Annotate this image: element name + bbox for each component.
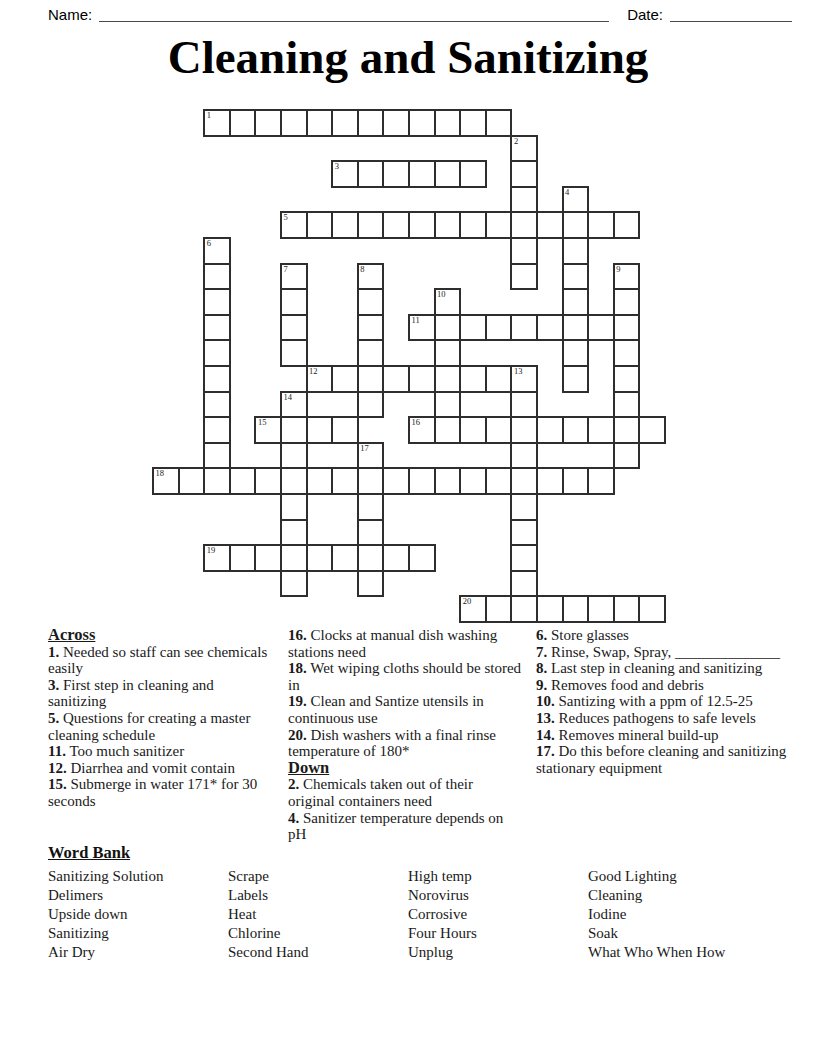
grid-cell[interactable] (357, 570, 385, 598)
grid-cell[interactable] (510, 186, 538, 214)
grid-cell[interactable]: 5 (280, 211, 308, 239)
clue-number: 18 (156, 469, 165, 479)
clue-item-number: 14. (536, 727, 555, 743)
grid-cell[interactable]: 6 (203, 237, 231, 265)
grid-cell[interactable] (280, 288, 308, 316)
grid-cell[interactable] (357, 544, 385, 572)
clue-item: 3. First step in cleaning and sanitizing (48, 677, 268, 710)
grid-cell[interactable] (536, 416, 564, 444)
clue-item-number: 9. (536, 677, 547, 693)
worksheet-header: Name: Date: (48, 6, 792, 24)
clue-item: 16. Clocks at manual dish washing statio… (288, 627, 522, 660)
grid-cell[interactable] (306, 544, 334, 572)
grid-cell[interactable] (638, 595, 666, 623)
grid-cell[interactable] (254, 109, 282, 137)
word-bank-item: Scrape (228, 867, 408, 886)
grid-cell[interactable]: 16 (408, 416, 436, 444)
grid-cell[interactable] (485, 595, 513, 623)
grid-cell[interactable] (280, 467, 308, 495)
grid-cell[interactable] (408, 109, 436, 137)
clue-item: 10. Santizing with a ppm of 12.5-25 (536, 693, 788, 710)
grid-cell[interactable] (613, 442, 641, 470)
word-bank-item: Cleaning (588, 886, 792, 905)
word-bank-item: Sanitizing Solution (48, 867, 228, 886)
date-blank-line[interactable] (670, 6, 792, 22)
grid-cell[interactable] (357, 339, 385, 367)
word-bank-label: Word Bank (48, 843, 792, 863)
grid-cell[interactable] (203, 314, 231, 342)
clue-item: 14. Removes mineral build-up (536, 727, 788, 744)
grid-cell[interactable] (562, 467, 590, 495)
word-bank-column: ScrapeLabelsHeatChlorineSecond Hand (228, 867, 408, 962)
grid-cell[interactable] (485, 467, 513, 495)
grid-cell[interactable] (510, 544, 538, 572)
clue-item-number: 13. (536, 710, 555, 726)
grid-cell[interactable]: 19 (203, 544, 231, 572)
grid-cell[interactable] (562, 263, 590, 291)
clue-item-number: 17. (536, 743, 555, 759)
grid-cell[interactable] (203, 467, 231, 495)
grid-cell[interactable] (306, 467, 334, 495)
grid-cell[interactable] (331, 365, 359, 393)
grid-cell[interactable] (510, 211, 538, 239)
name-blank-line[interactable] (99, 6, 609, 22)
clue-number: 19 (207, 546, 216, 556)
grid-cell[interactable] (408, 160, 436, 188)
grid-cell[interactable]: 8 (357, 263, 385, 291)
grid-cell[interactable] (562, 339, 590, 367)
grid-cell[interactable] (536, 595, 564, 623)
grid-cell[interactable] (510, 160, 538, 188)
grid-cell[interactable] (203, 416, 231, 444)
word-bank-item: Soak (588, 924, 792, 943)
word-bank-item: What Who When How (588, 943, 792, 962)
grid-cell[interactable] (331, 544, 359, 572)
grid-cell[interactable] (434, 416, 462, 444)
grid-cell[interactable] (203, 442, 231, 470)
clue-item: 4. Sanitizer temperature depends on pH (288, 810, 522, 843)
grid-cell[interactable] (434, 109, 462, 137)
clue-number: 12 (309, 367, 318, 377)
word-bank-item: Four Hours (408, 924, 588, 943)
grid-cell[interactable] (510, 237, 538, 265)
grid-cell[interactable]: 18 (152, 467, 180, 495)
grid-cell[interactable] (408, 544, 436, 572)
grid-cell[interactable] (510, 314, 538, 342)
grid-cell[interactable]: 13 (510, 365, 538, 393)
grid-cell[interactable] (434, 391, 462, 419)
grid-cell[interactable] (306, 416, 334, 444)
grid-cell[interactable] (562, 365, 590, 393)
grid-cell[interactable]: 14 (280, 391, 308, 419)
grid-cell[interactable] (229, 109, 257, 137)
grid-cell[interactable] (562, 595, 590, 623)
grid-cell[interactable] (510, 493, 538, 521)
grid-cell[interactable] (331, 211, 359, 239)
grid-cell[interactable] (280, 314, 308, 342)
grid-cell[interactable] (459, 211, 487, 239)
down-header: Down (288, 760, 522, 777)
grid-cell[interactable] (510, 442, 538, 470)
grid-cell[interactable] (280, 442, 308, 470)
clue-number: 3 (335, 162, 339, 172)
across-header: Across (48, 627, 268, 644)
grid-cell[interactable]: 15 (254, 416, 282, 444)
clue-item-number: 7. (536, 644, 547, 660)
word-bank-item: Air Dry (48, 943, 228, 962)
grid-cell[interactable] (587, 211, 615, 239)
grid-cell[interactable]: 2 (510, 135, 538, 163)
grid-cell[interactable] (280, 570, 308, 598)
clue-number: 14 (284, 393, 293, 403)
grid-cell[interactable] (587, 416, 615, 444)
grid-cell[interactable]: 12 (306, 365, 334, 393)
clue-item-number: 15. (48, 776, 67, 792)
grid-cell[interactable] (587, 314, 615, 342)
grid-cell[interactable] (510, 391, 538, 419)
clue-item: 17. Do this before cleaning and sanitizi… (536, 743, 788, 776)
grid-cell[interactable] (382, 467, 410, 495)
grid-cell[interactable] (357, 211, 385, 239)
grid-cell[interactable] (434, 365, 462, 393)
grid-cell[interactable] (382, 544, 410, 572)
clue-number: 9 (616, 265, 620, 275)
clue-item: 7. Rinse, Swap, Spray, ______________ (536, 644, 788, 661)
grid-cell[interactable] (587, 467, 615, 495)
grid-cell[interactable] (280, 519, 308, 547)
grid-cell[interactable] (203, 288, 231, 316)
grid-cell[interactable] (562, 288, 590, 316)
grid-cell[interactable] (357, 288, 385, 316)
grid-cell[interactable] (459, 416, 487, 444)
grid-cell[interactable]: 17 (357, 442, 385, 470)
date-label: Date: (627, 6, 663, 24)
grid-cell[interactable] (382, 211, 410, 239)
grid-cell[interactable] (434, 211, 462, 239)
grid-cell[interactable] (510, 519, 538, 547)
clue-number: 4 (565, 188, 569, 198)
grid-cell[interactable] (331, 467, 359, 495)
clue-item: 6. Store glasses (536, 627, 788, 644)
grid-cell[interactable] (280, 339, 308, 367)
grid-cell[interactable] (562, 237, 590, 265)
clue-item: 20. Dish washers with a final rinse temp… (288, 727, 522, 760)
grid-cell[interactable] (434, 160, 462, 188)
grid-cell[interactable]: 7 (280, 263, 308, 291)
grid-cell[interactable]: 20 (459, 595, 487, 623)
grid-cell[interactable] (357, 160, 385, 188)
grid-cell[interactable] (536, 467, 564, 495)
clue-item-number: 12. (48, 760, 67, 776)
clue-item: 19. Clean and Santize utensils in contin… (288, 693, 522, 726)
clue-item-number: 11. (48, 743, 66, 759)
grid-cell[interactable] (638, 416, 666, 444)
grid-cell[interactable] (203, 263, 231, 291)
grid-cell[interactable] (306, 109, 334, 137)
grid-cell[interactable] (280, 109, 308, 137)
clue-item: 18. Wet wiping cloths should be stored i… (288, 660, 522, 693)
grid-cell[interactable] (408, 467, 436, 495)
grid-cell[interactable] (613, 416, 641, 444)
clue-number: 13 (514, 367, 523, 377)
grid-cell[interactable] (203, 339, 231, 367)
grid-cell[interactable] (613, 339, 641, 367)
word-bank-item: Good Lighting (588, 867, 792, 886)
word-bank-item: Norovirus (408, 886, 588, 905)
clue-item: 8. Last step in cleaning and sanitizing (536, 660, 788, 677)
grid-cell[interactable]: 10 (434, 288, 462, 316)
clue-item-number: 5. (48, 710, 59, 726)
grid-cell[interactable] (536, 314, 564, 342)
grid-cell[interactable] (536, 211, 564, 239)
crossword-worksheet-page: { "game": "crossword", "header": { "name… (0, 0, 816, 1056)
grid-cell[interactable] (459, 160, 487, 188)
grid-cell[interactable] (613, 288, 641, 316)
grid-cell[interactable] (613, 365, 641, 393)
grid-cell[interactable] (306, 211, 334, 239)
word-bank-item: Unplug (408, 943, 588, 962)
clue-number: 5 (284, 213, 288, 223)
grid-cell[interactable] (587, 595, 615, 623)
grid-cell[interactable] (459, 365, 487, 393)
clue-item-number: 10. (536, 693, 555, 709)
clue-number: 2 (514, 137, 518, 147)
clue-item: 9. Removes food and debris (536, 677, 788, 694)
grid-cell[interactable] (280, 544, 308, 572)
clue-number: 8 (360, 265, 364, 275)
clue-item: 11. Too much sanitizer (48, 743, 268, 760)
grid-cell[interactable] (434, 314, 462, 342)
grid-cell[interactable] (357, 493, 385, 521)
grid-cell[interactable] (434, 339, 462, 367)
word-bank-column: High tempNorovirusCorrosiveFour HoursUnp… (408, 867, 588, 962)
grid-cell[interactable] (485, 211, 513, 239)
clues-section: Across1. Needed so staff can see chemica… (48, 627, 792, 843)
grid-cell[interactable] (562, 211, 590, 239)
grid-cell[interactable] (562, 314, 590, 342)
grid-cell[interactable] (510, 595, 538, 623)
grid-cell[interactable] (357, 519, 385, 547)
word-bank: Word Bank Sanitizing SolutionDelimersUps… (48, 843, 792, 962)
grid-cell[interactable] (485, 109, 513, 137)
grid-cell[interactable] (408, 365, 436, 393)
grid-cell[interactable]: 3 (331, 160, 359, 188)
grid-cell[interactable] (510, 263, 538, 291)
word-bank-item: Corrosive (408, 905, 588, 924)
clue-item-number: 2. (288, 776, 299, 792)
grid-cell[interactable] (357, 365, 385, 393)
clue-number: 1 (207, 111, 211, 121)
clue-item: 2. Chemicals taken out of their original… (288, 776, 522, 809)
puzzle-title: Cleaning and Sanitizing (0, 30, 816, 84)
word-bank-item: Labels (228, 886, 408, 905)
crossword-grid: 1234567891011121314151617181920 (152, 109, 667, 624)
grid-cell[interactable] (178, 467, 206, 495)
word-bank-column: Sanitizing SolutionDelimersUpside downSa… (48, 867, 228, 962)
clue-column: 6. Store glasses7. Rinse, Swap, Spray, _… (536, 627, 788, 776)
clue-item-number: 20. (288, 727, 307, 743)
clue-item: 12. Diarrhea and vomit contain (48, 760, 268, 777)
word-bank-item: Chlorine (228, 924, 408, 943)
clue-number: 16 (412, 418, 421, 428)
grid-cell[interactable] (280, 493, 308, 521)
clue-number: 20 (463, 597, 472, 607)
grid-cell[interactable] (485, 365, 513, 393)
clue-item-number: 6. (536, 627, 547, 643)
grid-cell[interactable] (280, 416, 308, 444)
clue-item-number: 18. (288, 660, 307, 676)
clue-column: 16. Clocks at manual dish washing statio… (288, 627, 522, 843)
clue-item: 5. Questions for creating a master clean… (48, 710, 268, 743)
grid-cell[interactable] (510, 467, 538, 495)
clue-number: 15 (258, 418, 267, 428)
grid-cell[interactable] (357, 109, 385, 137)
grid-cell[interactable]: 1 (203, 109, 231, 137)
grid-cell[interactable] (510, 570, 538, 598)
grid-cell[interactable]: 4 (562, 186, 590, 214)
word-bank-column: Good LightingCleaningIodineSoakWhat Who … (588, 867, 792, 962)
grid-cell[interactable] (357, 314, 385, 342)
grid-cell[interactable] (459, 314, 487, 342)
grid-cell[interactable] (434, 467, 462, 495)
clue-item-number: 16. (288, 627, 307, 643)
grid-cell[interactable] (510, 416, 538, 444)
grid-cell[interactable] (382, 109, 410, 137)
grid-cell[interactable] (382, 160, 410, 188)
grid-cell[interactable] (485, 314, 513, 342)
clue-number: 10 (437, 290, 446, 300)
word-bank-item: Upside down (48, 905, 228, 924)
grid-cell[interactable] (382, 365, 410, 393)
clue-item-number: 3. (48, 677, 59, 693)
clue-item: 1. Needed so staff can see chemicals eas… (48, 644, 268, 677)
grid-cell[interactable] (331, 416, 359, 444)
grid-cell[interactable] (229, 467, 257, 495)
grid-cell[interactable] (613, 211, 641, 239)
word-bank-item: Delimers (48, 886, 228, 905)
clue-item-number: 1. (48, 644, 59, 660)
grid-cell[interactable] (331, 109, 359, 137)
grid-cell[interactable] (254, 544, 282, 572)
grid-cell[interactable] (357, 467, 385, 495)
word-bank-item: Second Hand (228, 943, 408, 962)
grid-cell[interactable] (613, 391, 641, 419)
grid-cell[interactable] (229, 544, 257, 572)
word-bank-item: Heat (228, 905, 408, 924)
clue-number: 6 (207, 239, 211, 249)
clue-column: Across1. Needed so staff can see chemica… (48, 627, 268, 810)
clue-item-number: 19. (288, 693, 307, 709)
word-bank-columns: Sanitizing SolutionDelimersUpside downSa… (48, 867, 792, 962)
word-bank-item: High temp (408, 867, 588, 886)
grid-cell[interactable] (254, 467, 282, 495)
grid-cell[interactable] (408, 211, 436, 239)
grid-cell[interactable] (459, 109, 487, 137)
grid-cell[interactable]: 9 (613, 263, 641, 291)
grid-cell[interactable] (203, 365, 231, 393)
word-bank-item: Iodine (588, 905, 792, 924)
grid-cell[interactable] (357, 391, 385, 419)
grid-cell[interactable] (562, 416, 590, 444)
clue-item-number: 4. (288, 810, 299, 826)
name-label: Name: (48, 6, 92, 24)
grid-cell[interactable] (613, 314, 641, 342)
word-bank-item: Sanitizing (48, 924, 228, 943)
grid-cell[interactable]: 11 (408, 314, 436, 342)
clue-item-number: 8. (536, 660, 547, 676)
clue-number: 11 (412, 316, 420, 326)
grid-cell[interactable] (485, 416, 513, 444)
grid-cell[interactable] (203, 391, 231, 419)
grid-cell[interactable] (613, 595, 641, 623)
clue-item: 13. Reduces pathogens to safe levels (536, 710, 788, 727)
clue-item: 15. Submerge in water 171* for 30 second… (48, 776, 268, 809)
grid-cell[interactable] (459, 467, 487, 495)
clue-number: 7 (284, 265, 288, 275)
clue-number: 17 (360, 444, 369, 454)
